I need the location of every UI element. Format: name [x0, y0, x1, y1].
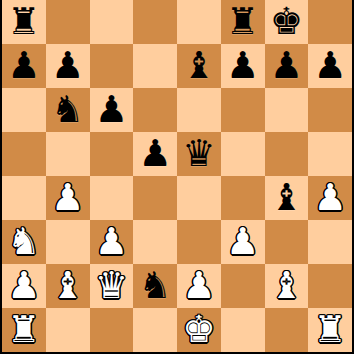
- white-rook[interactable]: ♜: [314, 311, 347, 348]
- square-h1[interactable]: ♜: [308, 308, 352, 352]
- square-f1[interactable]: [221, 308, 265, 352]
- square-b1[interactable]: [46, 308, 90, 352]
- black-pawn[interactable]: ♟: [270, 47, 303, 84]
- square-a6[interactable]: [2, 88, 46, 132]
- square-e3[interactable]: [177, 220, 221, 264]
- square-a4[interactable]: [2, 176, 46, 220]
- square-e1[interactable]: ♚: [177, 308, 221, 352]
- square-c7[interactable]: [90, 44, 134, 88]
- square-a5[interactable]: [2, 132, 46, 176]
- black-king[interactable]: ♚: [270, 3, 303, 40]
- square-h5[interactable]: [308, 132, 352, 176]
- square-g4[interactable]: ♝: [265, 176, 309, 220]
- square-d6[interactable]: [133, 88, 177, 132]
- square-f2[interactable]: [221, 264, 265, 308]
- black-knight[interactable]: ♞: [139, 267, 172, 304]
- square-e5[interactable]: ♛: [177, 132, 221, 176]
- square-h8[interactable]: [308, 0, 352, 44]
- square-g5[interactable]: [265, 132, 309, 176]
- square-b4[interactable]: ♟: [46, 176, 90, 220]
- square-a1[interactable]: ♜: [2, 308, 46, 352]
- square-d5[interactable]: ♟: [133, 132, 177, 176]
- white-rook[interactable]: ♜: [7, 311, 40, 348]
- square-c8[interactable]: [90, 0, 134, 44]
- black-bishop[interactable]: ♝: [182, 47, 215, 84]
- black-pawn[interactable]: ♟: [226, 47, 259, 84]
- black-pawn[interactable]: ♟: [7, 47, 40, 84]
- square-b8[interactable]: [46, 0, 90, 44]
- square-g6[interactable]: [265, 88, 309, 132]
- black-bishop[interactable]: ♝: [270, 179, 303, 216]
- square-h7[interactable]: ♟: [308, 44, 352, 88]
- white-king[interactable]: ♚: [182, 311, 215, 348]
- square-h2[interactable]: [308, 264, 352, 308]
- square-a3[interactable]: ♞: [2, 220, 46, 264]
- square-a7[interactable]: ♟: [2, 44, 46, 88]
- white-pawn[interactable]: ♟: [226, 223, 259, 260]
- black-pawn[interactable]: ♟: [95, 91, 128, 128]
- white-pawn[interactable]: ♟: [314, 179, 347, 216]
- chess-board: ♜♜♚♟♟♝♟♟♟♞♟♟♛♟♝♟♞♟♟♟♝♛♞♟♝♜♚♜: [0, 0, 354, 354]
- square-a2[interactable]: ♟: [2, 264, 46, 308]
- square-b7[interactable]: ♟: [46, 44, 90, 88]
- square-b3[interactable]: [46, 220, 90, 264]
- square-d2[interactable]: ♞: [133, 264, 177, 308]
- square-d4[interactable]: [133, 176, 177, 220]
- square-e8[interactable]: [177, 0, 221, 44]
- square-e7[interactable]: ♝: [177, 44, 221, 88]
- square-c3[interactable]: ♟: [90, 220, 134, 264]
- white-queen[interactable]: ♛: [95, 267, 128, 304]
- white-pawn[interactable]: ♟: [95, 223, 128, 260]
- square-h3[interactable]: [308, 220, 352, 264]
- white-pawn[interactable]: ♟: [182, 267, 215, 304]
- black-knight[interactable]: ♞: [51, 91, 84, 128]
- square-d3[interactable]: [133, 220, 177, 264]
- square-d1[interactable]: [133, 308, 177, 352]
- square-h6[interactable]: [308, 88, 352, 132]
- black-pawn[interactable]: ♟: [51, 47, 84, 84]
- square-f5[interactable]: [221, 132, 265, 176]
- square-a8[interactable]: ♜: [2, 0, 46, 44]
- square-f4[interactable]: [221, 176, 265, 220]
- white-knight[interactable]: ♞: [7, 223, 40, 260]
- square-g3[interactable]: [265, 220, 309, 264]
- square-f7[interactable]: ♟: [221, 44, 265, 88]
- square-f3[interactable]: ♟: [221, 220, 265, 264]
- chessboard-frame: ♜♜♚♟♟♝♟♟♟♞♟♟♛♟♝♟♞♟♟♟♝♛♞♟♝♜♚♜: [0, 0, 354, 354]
- square-b5[interactable]: [46, 132, 90, 176]
- white-pawn[interactable]: ♟: [7, 267, 40, 304]
- square-b6[interactable]: ♞: [46, 88, 90, 132]
- square-c6[interactable]: ♟: [90, 88, 134, 132]
- square-h4[interactable]: ♟: [308, 176, 352, 220]
- white-bishop[interactable]: ♝: [51, 267, 84, 304]
- square-d8[interactable]: [133, 0, 177, 44]
- black-rook[interactable]: ♜: [226, 3, 259, 40]
- black-queen[interactable]: ♛: [182, 135, 215, 172]
- square-c1[interactable]: [90, 308, 134, 352]
- square-e4[interactable]: [177, 176, 221, 220]
- square-c5[interactable]: [90, 132, 134, 176]
- square-f6[interactable]: [221, 88, 265, 132]
- square-b2[interactable]: ♝: [46, 264, 90, 308]
- square-d7[interactable]: [133, 44, 177, 88]
- square-e2[interactable]: ♟: [177, 264, 221, 308]
- square-c2[interactable]: ♛: [90, 264, 134, 308]
- square-g7[interactable]: ♟: [265, 44, 309, 88]
- black-pawn[interactable]: ♟: [314, 47, 347, 84]
- square-c4[interactable]: [90, 176, 134, 220]
- square-g8[interactable]: ♚: [265, 0, 309, 44]
- square-g1[interactable]: [265, 308, 309, 352]
- white-bishop[interactable]: ♝: [270, 267, 303, 304]
- black-rook[interactable]: ♜: [7, 3, 40, 40]
- black-pawn[interactable]: ♟: [139, 135, 172, 172]
- white-pawn[interactable]: ♟: [51, 179, 84, 216]
- square-g2[interactable]: ♝: [265, 264, 309, 308]
- square-e6[interactable]: [177, 88, 221, 132]
- square-f8[interactable]: ♜: [221, 0, 265, 44]
